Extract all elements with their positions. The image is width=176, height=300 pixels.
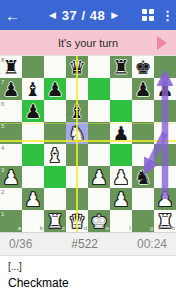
black-pawn-b6[interactable]: ♟ bbox=[22, 100, 44, 122]
puzzle-grid-icon[interactable] bbox=[142, 9, 154, 21]
rank-label: 2 bbox=[1, 189, 4, 195]
square-a5[interactable]: 5 bbox=[0, 122, 22, 144]
rank-label: 1 bbox=[1, 211, 4, 217]
puzzle-goal-label: Checkmate bbox=[8, 276, 168, 290]
status-bar: 0/36 #522 00:24 bbox=[0, 232, 176, 256]
square-h5[interactable] bbox=[154, 122, 176, 144]
square-e5[interactable] bbox=[88, 122, 110, 144]
square-d5[interactable]: ♞ bbox=[66, 122, 88, 144]
square-d8[interactable]: ♛ bbox=[66, 56, 88, 78]
square-d6[interactable]: ♝ bbox=[66, 100, 88, 122]
top-toolbar: ← ◀ 37 / 48 ▶ ⋮ bbox=[0, 0, 176, 30]
square-h8[interactable] bbox=[154, 56, 176, 78]
square-h2[interactable]: ♟ bbox=[154, 188, 176, 210]
back-arrow-icon[interactable]: ← bbox=[5, 7, 27, 24]
square-f5[interactable]: ♟ bbox=[110, 122, 132, 144]
square-d2[interactable] bbox=[66, 188, 88, 210]
square-c1[interactable]: c♜ bbox=[44, 210, 66, 232]
black-bishop-d6[interactable]: ♝ bbox=[66, 100, 88, 122]
square-d3[interactable] bbox=[66, 166, 88, 188]
square-b7[interactable]: ♝ bbox=[22, 78, 44, 100]
square-f3[interactable]: ♟ bbox=[110, 166, 132, 188]
white-bishop-c4[interactable]: ♝ bbox=[44, 144, 66, 166]
puzzle-pager: ◀ 37 / 48 ▶ bbox=[27, 8, 140, 23]
turn-banner-text: It's your turn bbox=[58, 37, 118, 49]
black-pawn-f5[interactable]: ♟ bbox=[110, 122, 132, 144]
square-b6[interactable]: ♟ bbox=[22, 100, 44, 122]
square-g4[interactable] bbox=[132, 144, 154, 166]
square-g1[interactable]: g bbox=[132, 210, 154, 232]
square-h7[interactable]: ♟ bbox=[154, 78, 176, 100]
square-h3[interactable] bbox=[154, 166, 176, 188]
black-pawn-a7[interactable]: ♟ bbox=[0, 78, 22, 100]
square-a8[interactable]: 8♜ bbox=[0, 56, 22, 78]
square-a6[interactable]: 6 bbox=[0, 100, 22, 122]
black-pawn-h7[interactable]: ♟ bbox=[154, 78, 176, 100]
square-a2[interactable]: 2 bbox=[0, 188, 22, 210]
square-b8[interactable] bbox=[22, 56, 44, 78]
file-label: a bbox=[18, 225, 21, 231]
file-label: g bbox=[150, 225, 153, 231]
square-c3[interactable] bbox=[44, 166, 66, 188]
white-pawn-e3[interactable]: ♟ bbox=[88, 166, 110, 188]
rank-label: 5 bbox=[1, 123, 4, 129]
black-pawn-g7[interactable]: ♟ bbox=[132, 78, 154, 100]
square-g2[interactable] bbox=[132, 188, 154, 210]
square-e7[interactable] bbox=[88, 78, 110, 100]
square-b4[interactable] bbox=[22, 144, 44, 166]
square-b5[interactable] bbox=[22, 122, 44, 144]
black-king-g8[interactable]: ♚ bbox=[132, 56, 154, 78]
square-b2[interactable]: ♟ bbox=[22, 188, 44, 210]
chess-trainer-app: ← ◀ 37 / 48 ▶ ⋮ It's your turn 8♜♛♜♚7♟♝♟… bbox=[0, 0, 176, 300]
square-f6[interactable] bbox=[110, 100, 132, 122]
square-g7[interactable]: ♟ bbox=[132, 78, 154, 100]
black-knight-g3[interactable]: ♞ bbox=[132, 166, 154, 188]
square-b1[interactable]: b bbox=[22, 210, 44, 232]
overflow-menu-icon[interactable]: ⋮ bbox=[161, 8, 171, 23]
square-g3[interactable]: ♞ bbox=[132, 166, 154, 188]
square-f2[interactable]: ♟ bbox=[110, 188, 132, 210]
square-e3[interactable]: ♟ bbox=[88, 166, 110, 188]
black-pawn-c7[interactable]: ♟ bbox=[44, 78, 66, 100]
white-pawn-b2[interactable]: ♟ bbox=[22, 188, 44, 210]
square-c8[interactable] bbox=[44, 56, 66, 78]
square-h1[interactable]: h♜ bbox=[154, 210, 176, 232]
square-e1[interactable]: e♚ bbox=[88, 210, 110, 232]
chess-board[interactable]: 8♜♛♜♚7♟♝♟♟♟6♟♝5♞♟4♝3♟♟♟♞2♟♟♟1abc♜d♛e♚fgh… bbox=[0, 56, 176, 232]
square-e4[interactable] bbox=[88, 144, 110, 166]
square-g6[interactable] bbox=[132, 100, 154, 122]
square-d4[interactable] bbox=[66, 144, 88, 166]
rank-label: 4 bbox=[1, 145, 4, 151]
prev-puzzle-icon[interactable]: ◀ bbox=[49, 10, 56, 20]
white-king-e1[interactable]: ♚ bbox=[88, 210, 110, 232]
black-bishop-b7[interactable]: ♝ bbox=[22, 78, 44, 100]
white-pawn-h2[interactable]: ♟ bbox=[154, 188, 176, 210]
white-pawn-a3[interactable]: ♟ bbox=[0, 166, 22, 188]
white-queen-d1[interactable]: ♛ bbox=[66, 210, 88, 232]
square-e2[interactable] bbox=[88, 188, 110, 210]
square-f1[interactable]: f bbox=[110, 210, 132, 232]
white-knight-d5[interactable]: ♞ bbox=[66, 122, 88, 144]
square-a4[interactable]: 4 bbox=[0, 144, 22, 166]
square-c2[interactable] bbox=[44, 188, 66, 210]
moves-panel: [...] Checkmate bbox=[0, 256, 176, 295]
square-g5[interactable] bbox=[132, 122, 154, 144]
square-c6[interactable] bbox=[44, 100, 66, 122]
square-a1[interactable]: 1a bbox=[0, 210, 22, 232]
square-c5[interactable] bbox=[44, 122, 66, 144]
square-a3[interactable]: 3♟ bbox=[0, 166, 22, 188]
score-counter: 0/36 bbox=[9, 237, 32, 251]
square-c4[interactable]: ♝ bbox=[44, 144, 66, 166]
puzzle-id: #522 bbox=[71, 237, 98, 251]
next-puzzle-icon[interactable]: ▶ bbox=[111, 10, 118, 20]
square-f8[interactable]: ♜ bbox=[110, 56, 132, 78]
timer: 00:24 bbox=[137, 237, 167, 251]
square-c7[interactable]: ♟ bbox=[44, 78, 66, 100]
black-rook-f8[interactable]: ♜ bbox=[110, 56, 132, 78]
black-queen-d8[interactable]: ♛ bbox=[66, 56, 88, 78]
turn-banner: It's your turn bbox=[0, 30, 176, 56]
play-icon[interactable] bbox=[157, 36, 167, 50]
square-e6[interactable] bbox=[88, 100, 110, 122]
white-rook-h1[interactable]: ♜ bbox=[154, 210, 176, 232]
square-b3[interactable] bbox=[22, 166, 44, 188]
square-d7[interactable] bbox=[66, 78, 88, 100]
white-pawn-f2[interactable]: ♟ bbox=[110, 188, 132, 210]
moves-prefix: [...] bbox=[8, 261, 168, 272]
file-label: f bbox=[129, 225, 131, 231]
square-f4[interactable] bbox=[110, 144, 132, 166]
square-g8[interactable]: ♚ bbox=[132, 56, 154, 78]
file-label: b bbox=[40, 225, 43, 231]
square-d1[interactable]: d♛ bbox=[66, 210, 88, 232]
black-rook-a8[interactable]: ♜ bbox=[0, 56, 22, 78]
square-h6[interactable] bbox=[154, 100, 176, 122]
white-pawn-f3[interactable]: ♟ bbox=[110, 166, 132, 188]
board-area: 8♜♛♜♚7♟♝♟♟♟6♟♝5♞♟4♝3♟♟♟♞2♟♟♟1abc♜d♛e♚fgh… bbox=[0, 56, 176, 232]
square-f7[interactable] bbox=[110, 78, 132, 100]
rank-label: 6 bbox=[1, 101, 4, 107]
puzzle-counter: 37 / 48 bbox=[62, 8, 105, 23]
square-e8[interactable] bbox=[88, 56, 110, 78]
square-h4[interactable] bbox=[154, 144, 176, 166]
square-a7[interactable]: 7♟ bbox=[0, 78, 22, 100]
white-rook-c1[interactable]: ♜ bbox=[44, 210, 66, 232]
